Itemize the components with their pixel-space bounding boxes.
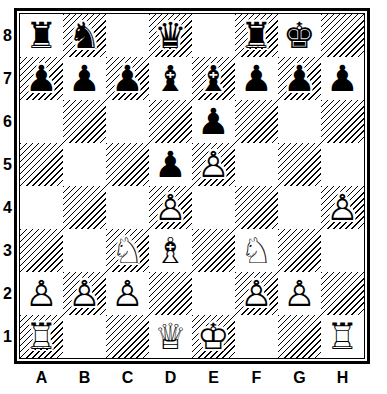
white-pawn: ♟♙ <box>278 272 321 315</box>
square-h6[interactable] <box>321 100 364 143</box>
white-pawn: ♟♙ <box>63 272 106 315</box>
square-g5[interactable] <box>278 143 321 186</box>
square-c8[interactable] <box>106 14 149 57</box>
black-pawn: ♟ <box>63 57 106 100</box>
white-pawn: ♟♙ <box>192 143 235 186</box>
file-labels: ABCDEFGH <box>20 369 364 389</box>
board-frame: ♜♞♛♜♚♟♟♟♝♝♟♟♟♟♟♟♙♟♙♟♙♞♘♝♗♞♘♟♙♟♙♟♙♟♙♟♙♜♖♛… <box>14 8 370 364</box>
square-d5[interactable]: ♟ <box>149 143 192 186</box>
square-b4[interactable] <box>63 186 106 229</box>
black-rook: ♜ <box>20 14 63 57</box>
square-h7[interactable]: ♟ <box>321 57 364 100</box>
square-e6[interactable]: ♟ <box>192 100 235 143</box>
file-label-h: H <box>321 369 364 389</box>
file-label-c: C <box>106 369 149 389</box>
square-d6[interactable] <box>149 100 192 143</box>
square-b5[interactable] <box>63 143 106 186</box>
square-a4[interactable] <box>20 186 63 229</box>
square-b3[interactable] <box>63 229 106 272</box>
square-a2[interactable]: ♟♙ <box>20 272 63 315</box>
square-a1[interactable]: ♜♖ <box>20 315 63 358</box>
square-a8[interactable]: ♜ <box>20 14 63 57</box>
square-e3[interactable] <box>192 229 235 272</box>
square-d7[interactable]: ♝ <box>149 57 192 100</box>
square-h1[interactable]: ♜♖ <box>321 315 364 358</box>
rank-label-3: 3 <box>0 229 15 272</box>
rank-label-4: 4 <box>0 186 15 229</box>
square-e5[interactable]: ♟♙ <box>192 143 235 186</box>
square-h2[interactable] <box>321 272 364 315</box>
file-label-e: E <box>192 369 235 389</box>
white-bishop: ♝♗ <box>149 229 192 272</box>
black-queen: ♛ <box>149 14 192 57</box>
square-c3[interactable]: ♞♘ <box>106 229 149 272</box>
black-bishop: ♝ <box>192 57 235 100</box>
square-g2[interactable]: ♟♙ <box>278 272 321 315</box>
white-pawn: ♟♙ <box>20 272 63 315</box>
white-rook: ♜♖ <box>20 315 63 358</box>
rank-label-8: 8 <box>0 14 15 57</box>
black-pawn: ♟ <box>106 57 149 100</box>
file-label-b: B <box>63 369 106 389</box>
rank-label-2: 2 <box>0 272 15 315</box>
square-e1[interactable]: ♚♔ <box>192 315 235 358</box>
square-d8[interactable]: ♛ <box>149 14 192 57</box>
square-f6[interactable] <box>235 100 278 143</box>
square-c6[interactable] <box>106 100 149 143</box>
white-knight: ♞♘ <box>106 229 149 272</box>
black-pawn: ♟ <box>149 143 192 186</box>
square-a5[interactable] <box>20 143 63 186</box>
square-c2[interactable]: ♟♙ <box>106 272 149 315</box>
rank-label-7: 7 <box>0 57 15 100</box>
black-knight: ♞ <box>63 14 106 57</box>
square-d2[interactable] <box>149 272 192 315</box>
black-pawn: ♟ <box>321 57 364 100</box>
square-h8[interactable] <box>321 14 364 57</box>
chess-board: ♜♞♛♜♚♟♟♟♝♝♟♟♟♟♟♟♙♟♙♟♙♞♘♝♗♞♘♟♙♟♙♟♙♟♙♟♙♜♖♛… <box>20 14 364 358</box>
black-pawn: ♟ <box>20 57 63 100</box>
white-pawn: ♟♙ <box>149 186 192 229</box>
board-inner-border: ♜♞♛♜♚♟♟♟♝♝♟♟♟♟♟♟♙♟♙♟♙♞♘♝♗♞♘♟♙♟♙♟♙♟♙♟♙♜♖♛… <box>19 13 365 359</box>
square-e4[interactable] <box>192 186 235 229</box>
square-a7[interactable]: ♟ <box>20 57 63 100</box>
white-queen: ♛♕ <box>149 315 192 358</box>
square-e8[interactable] <box>192 14 235 57</box>
white-pawn: ♟♙ <box>106 272 149 315</box>
rank-label-6: 6 <box>0 100 15 143</box>
square-b8[interactable]: ♞ <box>63 14 106 57</box>
square-g7[interactable]: ♟ <box>278 57 321 100</box>
square-c4[interactable] <box>106 186 149 229</box>
file-label-f: F <box>235 369 278 389</box>
square-g3[interactable] <box>278 229 321 272</box>
square-f3[interactable]: ♞♘ <box>235 229 278 272</box>
chess-diagram: 87654321 ♜♞♛♜♚♟♟♟♝♝♟♟♟♟♟♟♙♟♙♟♙♞♘♝♗♞♘♟♙♟♙… <box>0 0 387 394</box>
square-a3[interactable] <box>20 229 63 272</box>
white-pawn: ♟♙ <box>321 186 364 229</box>
square-g6[interactable] <box>278 100 321 143</box>
white-rook: ♜♖ <box>321 315 364 358</box>
square-b1[interactable] <box>63 315 106 358</box>
black-pawn: ♟ <box>192 100 235 143</box>
square-f8[interactable]: ♜ <box>235 14 278 57</box>
square-b2[interactable]: ♟♙ <box>63 272 106 315</box>
square-e2[interactable] <box>192 272 235 315</box>
square-h5[interactable] <box>321 143 364 186</box>
square-h3[interactable] <box>321 229 364 272</box>
white-king: ♚♔ <box>192 315 235 358</box>
file-label-a: A <box>20 369 63 389</box>
rank-labels: 87654321 <box>0 14 15 358</box>
square-d3[interactable]: ♝♗ <box>149 229 192 272</box>
square-f1[interactable] <box>235 315 278 358</box>
square-f4[interactable] <box>235 186 278 229</box>
white-pawn: ♟♙ <box>235 272 278 315</box>
square-d1[interactable]: ♛♕ <box>149 315 192 358</box>
square-d4[interactable]: ♟♙ <box>149 186 192 229</box>
square-g1[interactable] <box>278 315 321 358</box>
rank-label-5: 5 <box>0 143 15 186</box>
rank-label-1: 1 <box>0 315 15 358</box>
square-c5[interactable] <box>106 143 149 186</box>
square-f5[interactable] <box>235 143 278 186</box>
black-pawn: ♟ <box>235 57 278 100</box>
square-e7[interactable]: ♝ <box>192 57 235 100</box>
black-pawn: ♟ <box>278 57 321 100</box>
square-g4[interactable] <box>278 186 321 229</box>
square-f7[interactable]: ♟ <box>235 57 278 100</box>
white-knight: ♞♘ <box>235 229 278 272</box>
black-bishop: ♝ <box>149 57 192 100</box>
square-c7[interactable]: ♟ <box>106 57 149 100</box>
square-h4[interactable]: ♟♙ <box>321 186 364 229</box>
square-b6[interactable] <box>63 100 106 143</box>
square-g8[interactable]: ♚ <box>278 14 321 57</box>
black-king: ♚ <box>278 14 321 57</box>
square-a6[interactable] <box>20 100 63 143</box>
file-label-d: D <box>149 369 192 389</box>
square-f2[interactable]: ♟♙ <box>235 272 278 315</box>
black-rook: ♜ <box>235 14 278 57</box>
file-label-g: G <box>278 369 321 389</box>
square-c1[interactable] <box>106 315 149 358</box>
square-b7[interactable]: ♟ <box>63 57 106 100</box>
